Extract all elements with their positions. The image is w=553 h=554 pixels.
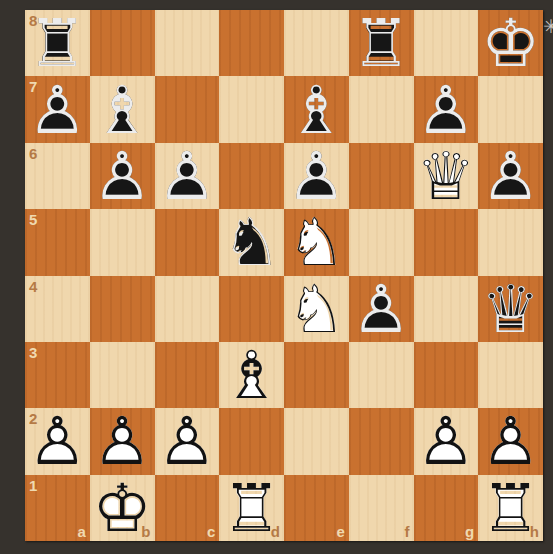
white-pawn-outline-glyph: ♙: [478, 409, 543, 475]
square-a3[interactable]: 3: [25, 342, 90, 408]
square-f8[interactable]: ♜♖: [349, 10, 414, 76]
black-pawn[interactable]: ♟♙: [414, 76, 479, 142]
rank-coordinate-3: 3: [29, 345, 37, 360]
square-b6[interactable]: ♟♙: [90, 143, 155, 209]
square-g5[interactable]: [414, 209, 479, 275]
square-d3[interactable]: ♝♗: [219, 342, 284, 408]
square-c8[interactable]: [155, 10, 220, 76]
square-a5[interactable]: 5: [25, 209, 90, 275]
square-a6[interactable]: 6: [25, 143, 90, 209]
square-e6[interactable]: ♟♙: [284, 143, 349, 209]
white-queen-outline-glyph: ♕: [414, 144, 479, 210]
white-pawn-outline-glyph: ♙: [25, 409, 90, 475]
square-d4[interactable]: [219, 276, 284, 342]
file-coordinate-f: f: [405, 524, 410, 539]
white-rook-outline-glyph: ♖: [478, 476, 543, 542]
chess-board: 8♜♖♜♖♚♔7♟♙♝♗♝♗♟♙6♟♙♟♙♟♙♛♕♟♙5♞♘♞♘4♞♘♟♙♛♕3…: [25, 10, 543, 541]
square-d5[interactable]: ♞♘: [219, 209, 284, 275]
black-rook[interactable]: ♜♖: [25, 10, 90, 76]
square-d8[interactable]: [219, 10, 284, 76]
square-e1[interactable]: e: [284, 475, 349, 541]
square-b2[interactable]: ♟♙: [90, 408, 155, 474]
black-queen-outline-glyph: ♕: [478, 277, 543, 343]
rank-coordinate-4: 4: [29, 279, 37, 294]
white-knight-outline-glyph: ♘: [284, 210, 349, 276]
black-pawn[interactable]: ♟♙: [25, 76, 90, 142]
white-knight[interactable]: ♞♘: [284, 276, 349, 342]
black-king-outline-glyph: ♔: [478, 11, 543, 77]
white-pawn[interactable]: ♟♙: [155, 408, 220, 474]
black-pawn-outline-glyph: ♙: [25, 77, 90, 143]
black-bishop-outline-glyph: ♗: [90, 77, 155, 143]
black-pawn-outline-glyph: ♙: [478, 144, 543, 210]
black-pawn[interactable]: ♟♙: [90, 143, 155, 209]
square-g2[interactable]: ♟♙: [414, 408, 479, 474]
square-g7[interactable]: ♟♙: [414, 76, 479, 142]
white-queen[interactable]: ♛♕: [414, 143, 479, 209]
square-a4[interactable]: 4: [25, 276, 90, 342]
white-pawn-outline-glyph: ♙: [155, 409, 220, 475]
square-h6[interactable]: ♟♙: [478, 143, 543, 209]
white-knight[interactable]: ♞♘: [284, 209, 349, 275]
black-pawn-outline-glyph: ♙: [349, 277, 414, 343]
black-pawn-outline-glyph: ♙: [414, 77, 479, 143]
black-bishop[interactable]: ♝♗: [90, 76, 155, 142]
square-f5[interactable]: [349, 209, 414, 275]
black-queen[interactable]: ♛♕: [478, 276, 543, 342]
file-coordinate-c: c: [207, 524, 215, 539]
square-d1[interactable]: d♜♖: [219, 475, 284, 541]
white-pawn[interactable]: ♟♙: [90, 408, 155, 474]
square-h2[interactable]: ♟♙: [478, 408, 543, 474]
square-c4[interactable]: [155, 276, 220, 342]
square-h3[interactable]: [478, 342, 543, 408]
white-pawn[interactable]: ♟♙: [478, 408, 543, 474]
square-f6[interactable]: [349, 143, 414, 209]
black-pawn[interactable]: ♟♙: [478, 143, 543, 209]
square-h5[interactable]: [478, 209, 543, 275]
square-d6[interactable]: [219, 143, 284, 209]
square-h7[interactable]: [478, 76, 543, 142]
square-c1[interactable]: c: [155, 475, 220, 541]
square-b3[interactable]: [90, 342, 155, 408]
square-a7[interactable]: 7♟♙: [25, 76, 90, 142]
square-h4[interactable]: ♛♕: [478, 276, 543, 342]
white-bishop[interactable]: ♝♗: [219, 342, 284, 408]
square-f1[interactable]: f: [349, 475, 414, 541]
rank-coordinate-1: 1: [29, 478, 37, 493]
file-coordinate-g: g: [465, 524, 474, 539]
square-b1[interactable]: b♚♔: [90, 475, 155, 541]
black-knight-outline-glyph: ♘: [219, 210, 284, 276]
black-rook-outline-glyph: ♖: [25, 11, 90, 77]
white-pawn-outline-glyph: ♙: [90, 409, 155, 475]
white-king[interactable]: ♚♔: [90, 475, 155, 541]
black-rook[interactable]: ♜♖: [349, 10, 414, 76]
square-b8[interactable]: [90, 10, 155, 76]
square-c7[interactable]: [155, 76, 220, 142]
square-c2[interactable]: ♟♙: [155, 408, 220, 474]
white-pawn-outline-glyph: ♙: [414, 409, 479, 475]
square-h1[interactable]: h♜♖: [478, 475, 543, 541]
black-king[interactable]: ♚♔: [478, 10, 543, 76]
black-pawn[interactable]: ♟♙: [349, 276, 414, 342]
white-pawn[interactable]: ♟♙: [414, 408, 479, 474]
white-rook[interactable]: ♜♖: [219, 475, 284, 541]
square-c3[interactable]: [155, 342, 220, 408]
black-pawn[interactable]: ♟♙: [155, 143, 220, 209]
rank-coordinate-6: 6: [29, 146, 37, 161]
black-pawn-outline-glyph: ♙: [90, 144, 155, 210]
black-bishop-outline-glyph: ♗: [284, 77, 349, 143]
square-g6[interactable]: ♛♕: [414, 143, 479, 209]
black-pawn-outline-glyph: ♙: [284, 144, 349, 210]
black-bishop[interactable]: ♝♗: [284, 76, 349, 142]
square-e4[interactable]: ♞♘: [284, 276, 349, 342]
settings-gear-icon[interactable]: ✳: [543, 17, 553, 37]
white-rook[interactable]: ♜♖: [478, 475, 543, 541]
square-g4[interactable]: [414, 276, 479, 342]
black-rook-outline-glyph: ♖: [349, 11, 414, 77]
square-c5[interactable]: [155, 209, 220, 275]
white-pawn[interactable]: ♟♙: [25, 408, 90, 474]
square-e7[interactable]: ♝♗: [284, 76, 349, 142]
square-d7[interactable]: [219, 76, 284, 142]
black-knight[interactable]: ♞♘: [219, 209, 284, 275]
square-c6[interactable]: ♟♙: [155, 143, 220, 209]
square-e5[interactable]: ♞♘: [284, 209, 349, 275]
square-f4[interactable]: ♟♙: [349, 276, 414, 342]
black-pawn-outline-glyph: ♙: [155, 144, 220, 210]
white-king-outline-glyph: ♔: [90, 476, 155, 542]
square-e3[interactable]: [284, 342, 349, 408]
square-g1[interactable]: g: [414, 475, 479, 541]
file-coordinate-a: a: [77, 524, 85, 539]
rank-coordinate-5: 5: [29, 212, 37, 227]
black-pawn[interactable]: ♟♙: [284, 143, 349, 209]
square-e8[interactable]: [284, 10, 349, 76]
square-e2[interactable]: [284, 408, 349, 474]
square-b4[interactable]: [90, 276, 155, 342]
white-rook-outline-glyph: ♖: [219, 476, 284, 542]
square-h8[interactable]: ♚♔: [478, 10, 543, 76]
square-b7[interactable]: ♝♗: [90, 76, 155, 142]
white-knight-outline-glyph: ♘: [284, 277, 349, 343]
square-a2[interactable]: 2♟♙: [25, 408, 90, 474]
file-coordinate-e: e: [336, 524, 344, 539]
square-a1[interactable]: 1a: [25, 475, 90, 541]
square-f3[interactable]: [349, 342, 414, 408]
square-f2[interactable]: [349, 408, 414, 474]
white-bishop-outline-glyph: ♗: [219, 343, 284, 409]
square-g3[interactable]: [414, 342, 479, 408]
square-a8[interactable]: 8♜♖: [25, 10, 90, 76]
square-d2[interactable]: [219, 408, 284, 474]
square-b5[interactable]: [90, 209, 155, 275]
square-f7[interactable]: [349, 76, 414, 142]
square-g8[interactable]: [414, 10, 479, 76]
